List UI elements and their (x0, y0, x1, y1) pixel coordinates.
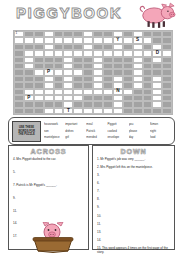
grid-cell (152, 108, 162, 114)
grid-cell (143, 108, 153, 114)
clue-item: 14. (97, 239, 171, 243)
down-clues-box: DOWN 1. Mr Piggott's job was very ______… (92, 145, 175, 250)
clue-item: 2. Mrs Piggott left this on the mantelpi… (97, 166, 171, 170)
grid-cell[interactable] (54, 108, 64, 114)
clue-item: 5. (13, 171, 85, 175)
clue-item: 9. (97, 206, 171, 210)
word-bank-word: housework (44, 122, 65, 126)
word-bank-word: night (150, 129, 171, 133)
clue-number: 1 (15, 32, 17, 35)
grid-cell (24, 108, 34, 114)
word-bank-word: Piggott (107, 122, 128, 126)
word-bank-word: envelope (107, 135, 128, 139)
page-title: PIGGYBOOK (16, 4, 122, 21)
grid-cell[interactable] (93, 108, 103, 114)
worksheet-page: PIGGYBOOK 1YSDPNPT USE THESEWORDS FORTHE… (0, 0, 180, 255)
clue-item: 15. This word appears 4 times on the fir… (97, 247, 171, 255)
clue-item: 9. (13, 197, 85, 201)
clue-item: 6. (97, 182, 171, 186)
word-bank-word: please (129, 129, 150, 133)
clue-item: 11. (13, 210, 85, 214)
grid-cell[interactable] (73, 108, 83, 114)
word-bank-word: Simon (150, 122, 171, 126)
clue-item: 13. (97, 231, 171, 235)
word-bank-word: son (44, 129, 65, 133)
clue-item: 1. Mr Piggott's job was very ______. (97, 158, 171, 162)
word-bank: USE THESEWORDS FORTHE PUZZLE houseworkim… (8, 117, 175, 145)
word-bank-word: girl (65, 135, 86, 139)
word-bank-words: houseworkimportantmealPiggottyouSimonson… (44, 121, 171, 141)
word-bank-word: food (150, 135, 171, 139)
grid-cell[interactable] (103, 108, 113, 114)
word-bank-word: day (129, 135, 150, 139)
word-bank-word: cooked (107, 129, 128, 133)
word-bank-word: important (65, 122, 86, 126)
down-clue-list: 1. Mr Piggott's job was very ______.2. M… (93, 155, 174, 255)
grid-cell[interactable] (113, 108, 123, 114)
word-bank-word: meal (86, 122, 107, 126)
grid-cell (14, 108, 24, 114)
clue-item: 3. (97, 174, 171, 178)
word-bank-word: dishes (65, 129, 86, 133)
clue-item: 11. (97, 223, 171, 227)
across-header: ACROSS (9, 148, 88, 155)
grid-cell (133, 108, 143, 114)
word-bank-word: mended (86, 135, 107, 139)
pig-icon (138, 2, 176, 33)
clue-item: 4. Mrs Piggott dashed to the car. (13, 158, 85, 162)
clue-item: 7. (97, 190, 171, 194)
word-bank-word: Patrick (86, 129, 107, 133)
word-bank-word: you (129, 122, 150, 126)
grid-cell (123, 108, 133, 114)
clue-item: 10. (97, 215, 171, 219)
clue-item: 8. (97, 198, 171, 202)
word-bank-instruction: USE THESEWORDS FORTHE PUZZLE (12, 121, 41, 142)
word-bank-word: mantelpiece (44, 135, 65, 139)
grid-cell (162, 108, 172, 114)
grid-cell[interactable]: T (63, 108, 73, 114)
grid-cell[interactable] (44, 108, 54, 114)
grid-cell[interactable] (83, 108, 93, 114)
grid-cell (34, 108, 44, 114)
crossword-grid: 1YSDPNPT (13, 30, 173, 115)
down-header: DOWN (93, 148, 174, 155)
clue-item: 7. Patrick is Mr Piggott's ______. (13, 184, 85, 188)
pig-in-trough-icon (28, 222, 78, 255)
